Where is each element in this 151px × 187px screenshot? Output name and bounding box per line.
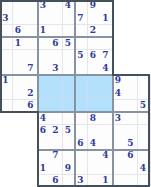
cell-r8c8[interactable] (88, 87, 101, 100)
given-digit: 6 (52, 38, 58, 47)
sudoku-board: 3493716121655677341924654836256457461946… (0, 0, 150, 187)
cell-r13c10[interactable] (113, 150, 126, 163)
box-line-1 (74, 0, 76, 187)
given-digit: 3 (115, 113, 121, 122)
cell-r8c4[interactable] (38, 87, 51, 100)
given-digit: 4 (102, 151, 108, 160)
box-line-6 (37, 149, 151, 151)
given-digit: 2 (90, 26, 96, 35)
box-line-2 (112, 74, 114, 187)
cell-r14c11[interactable] (125, 162, 138, 175)
outer-line-3 (112, 0, 114, 76)
given-digit: 7 (52, 151, 58, 160)
given-digit: 6 (15, 26, 21, 35)
cell-r10c11[interactable] (125, 112, 138, 125)
given-digit: 2 (27, 88, 33, 97)
cell-r10c7[interactable] (75, 112, 88, 125)
cell-r13c5[interactable]: 7 (50, 150, 63, 163)
cell-r7c10[interactable]: 9 (113, 75, 126, 88)
cell-r10c4[interactable]: 4 (38, 112, 51, 125)
given-digit: 4 (140, 163, 146, 172)
cell-r10c5[interactable] (50, 112, 63, 125)
outer-line-7 (37, 185, 151, 187)
cell-r13c4[interactable] (38, 150, 51, 163)
given-digit: 6 (52, 176, 58, 185)
outer-line-4 (37, 111, 39, 187)
cell-r8c5[interactable] (50, 87, 63, 100)
cell-r14c10[interactable] (113, 162, 126, 175)
given-digit: 2 (52, 126, 58, 135)
cell-r5c8[interactable]: 6 (88, 50, 101, 63)
given-digit: 9 (65, 163, 71, 172)
given-digit: 5 (77, 51, 83, 60)
cell-r7c11[interactable] (125, 75, 138, 88)
given-digit: 9 (115, 76, 121, 85)
cell-r2c8[interactable] (88, 12, 101, 25)
given-digit: 1 (15, 38, 21, 47)
box-line-3 (0, 36, 114, 38)
cell-r11c4[interactable]: 6 (38, 125, 51, 138)
cell-r2c5[interactable] (50, 12, 63, 25)
cell-r13c8[interactable] (88, 150, 101, 163)
given-digit: 1 (40, 163, 46, 172)
given-digit: 1 (102, 13, 108, 22)
cell-r11c8[interactable] (88, 125, 101, 138)
given-digit: 7 (77, 13, 83, 22)
given-digit: 3 (2, 13, 8, 22)
cell-r11c7[interactable] (75, 125, 88, 138)
given-digit: 6 (90, 51, 96, 60)
cell-r10c10[interactable]: 3 (113, 112, 126, 125)
given-digit: 6 (77, 138, 83, 147)
given-digit: 8 (90, 113, 96, 122)
cell-r10c8[interactable]: 8 (88, 112, 101, 125)
cell-r14c5[interactable] (50, 162, 63, 175)
cell-r4c8[interactable] (88, 37, 101, 50)
box-line-5 (37, 111, 151, 113)
outer-line-2 (0, 111, 39, 113)
given-digit: 1 (2, 76, 8, 85)
cell-r14c7[interactable] (75, 162, 88, 175)
cell-r11c10[interactable] (113, 125, 126, 138)
cell-r13c11[interactable]: 6 (125, 150, 138, 163)
cell-r11c11[interactable] (125, 125, 138, 138)
given-digit: 4 (65, 1, 71, 10)
cell-r4c2[interactable]: 1 (13, 37, 26, 50)
cell-r2c2[interactable] (13, 12, 26, 25)
cell-r8c2[interactable] (13, 87, 26, 100)
cell-r7c2[interactable] (13, 75, 26, 88)
given-digit: 4 (40, 113, 46, 122)
cell-r13c7[interactable] (75, 150, 88, 163)
cell-r8c10[interactable]: 4 (113, 87, 126, 100)
cell-r14c4[interactable]: 1 (38, 162, 51, 175)
given-digit: 6 (27, 101, 33, 110)
cell-r5c5[interactable] (50, 50, 63, 63)
cell-r5c2[interactable] (13, 50, 26, 63)
box-line-4 (0, 74, 114, 76)
given-digit: 9 (90, 1, 96, 10)
puzzle-page: 3493716121655677341924654836256457461946… (0, 0, 150, 187)
given-digit: 4 (102, 63, 108, 72)
cell-r7c8[interactable] (88, 75, 101, 88)
given-digit: 7 (27, 63, 33, 72)
cell-r4c5[interactable]: 6 (50, 37, 63, 50)
cell-r7c4[interactable] (38, 75, 51, 88)
given-digit: 6 (40, 126, 46, 135)
cell-r2c7[interactable]: 7 (75, 12, 88, 25)
given-digit: 3 (40, 1, 46, 10)
given-digit: 5 (127, 138, 133, 147)
given-digit: 3 (52, 63, 58, 72)
given-digit: 4 (115, 88, 121, 97)
cell-r7c5[interactable] (50, 75, 63, 88)
given-digit: 7 (102, 51, 108, 60)
cell-r8c7[interactable] (75, 87, 88, 100)
given-digit: 5 (140, 101, 146, 110)
outer-line-6 (148, 74, 150, 187)
given-digit: 3 (77, 176, 83, 185)
cell-r7c7[interactable] (75, 75, 88, 88)
given-digit: 4 (90, 138, 96, 147)
cell-r4c4[interactable] (38, 37, 51, 50)
given-digit: 5 (65, 126, 71, 135)
cell-r5c4[interactable] (38, 50, 51, 63)
box-line-0 (37, 0, 39, 113)
cell-r4c7[interactable] (75, 37, 88, 50)
given-digit: 5 (65, 38, 71, 47)
given-digit: 1 (102, 176, 108, 185)
given-digit: 1 (40, 26, 46, 35)
cell-r2c4[interactable] (38, 12, 51, 25)
given-digit: 6 (127, 151, 133, 160)
outer-line-5 (112, 74, 151, 76)
cell-r14c8[interactable] (88, 162, 101, 175)
cell-r11c5[interactable]: 2 (50, 125, 63, 138)
cell-r5c7[interactable]: 5 (75, 50, 88, 63)
cell-r8c11[interactable] (125, 87, 138, 100)
outer-line-1 (0, 0, 2, 113)
outer-line-0 (0, 0, 114, 2)
